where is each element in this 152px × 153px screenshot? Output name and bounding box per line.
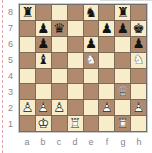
square-c5 <box>52 53 67 68</box>
piece-wQ-g3: ♛♕ <box>115 84 130 99</box>
square-a1 <box>20 116 35 131</box>
file-label-h: h <box>131 134 147 150</box>
rank-label-1: 1 <box>4 116 17 132</box>
square-e8: ♞ <box>84 5 99 20</box>
square-g8: ♜ <box>115 5 130 20</box>
piece-bN-e8: ♞ <box>84 5 99 20</box>
square-h7: ♚ <box>131 21 146 36</box>
square-h5: ♞♘ <box>131 53 146 68</box>
piece-wP-c2: ♟♙ <box>52 100 67 115</box>
piece-wR-d1: ♜♖ <box>68 116 83 131</box>
rank-label-8: 8 <box>4 4 17 20</box>
rank-label-2: 2 <box>4 100 17 116</box>
square-h2: ♟♙ <box>131 100 146 115</box>
square-a5 <box>20 53 35 68</box>
square-f3 <box>99 84 114 99</box>
square-h6: ♟ <box>131 37 146 52</box>
square-b7: ♟ <box>36 21 51 36</box>
piece-bP-b7: ♟ <box>36 21 51 36</box>
square-g6 <box>115 37 130 52</box>
square-c3 <box>52 84 67 99</box>
piece-bB-b5: ♝ <box>36 53 51 68</box>
square-g2 <box>115 100 130 115</box>
square-f2: ♟♙ <box>99 100 114 115</box>
square-d1: ♜♖ <box>68 116 83 131</box>
file-labels: abcdefgh <box>19 134 147 150</box>
file-label-d: d <box>67 134 83 150</box>
square-d6 <box>68 37 83 52</box>
piece-wN-e5: ♞♘ <box>84 53 99 68</box>
page-top-hairline <box>100 0 152 1</box>
square-h3 <box>131 84 146 99</box>
rank-label-5: 5 <box>4 52 17 68</box>
square-b1: ♚♔ <box>36 116 51 131</box>
piece-bP-f7: ♟ <box>99 21 114 36</box>
piece-wK-b1: ♚♔ <box>36 116 51 131</box>
square-d8 <box>68 5 83 20</box>
file-label-a: a <box>19 134 35 150</box>
file-label-f: f <box>99 134 115 150</box>
piece-bR-a8: ♜ <box>20 5 35 20</box>
square-g4 <box>115 69 130 84</box>
piece-bP-g7: ♟ <box>115 21 130 36</box>
square-a4 <box>20 69 35 84</box>
square-f5 <box>99 53 114 68</box>
page-dashed-border <box>2 0 3 153</box>
square-b3 <box>36 84 51 99</box>
square-e3 <box>84 84 99 99</box>
square-b8 <box>36 5 51 20</box>
square-d4 <box>68 69 83 84</box>
rank-labels: 87654321 <box>4 4 17 132</box>
piece-bR-g8: ♜ <box>115 5 130 20</box>
square-h1 <box>131 116 146 131</box>
file-label-c: c <box>51 134 67 150</box>
square-c2: ♟♙ <box>52 100 67 115</box>
piece-wN-h5: ♞♘ <box>131 53 146 68</box>
square-c4 <box>52 69 67 84</box>
square-d7 <box>68 21 83 36</box>
piece-bP-h6: ♟ <box>131 37 146 52</box>
square-f1 <box>99 116 114 131</box>
square-e7 <box>84 21 99 36</box>
square-f7: ♟ <box>99 21 114 36</box>
square-d5 <box>68 53 83 68</box>
square-a7 <box>20 21 35 36</box>
square-b2: ♟♙ <box>36 100 51 115</box>
square-h8 <box>131 5 146 20</box>
square-f6 <box>99 37 114 52</box>
square-e6: ♟ <box>84 37 99 52</box>
square-c6 <box>52 37 67 52</box>
piece-wP-h2: ♟♙ <box>131 100 146 115</box>
square-d2 <box>68 100 83 115</box>
rank-label-7: 7 <box>4 20 17 36</box>
rank-label-3: 3 <box>4 84 17 100</box>
piece-bP-e6: ♟ <box>84 37 99 52</box>
piece-wP-a2: ♟♙ <box>20 100 35 115</box>
square-c8 <box>52 5 67 20</box>
square-g1: ♜♖ <box>115 116 130 131</box>
square-e5: ♞♘ <box>84 53 99 68</box>
square-a8: ♜ <box>20 5 35 20</box>
square-f4 <box>99 69 114 84</box>
square-h4 <box>131 69 146 84</box>
square-a2: ♟♙ <box>20 100 35 115</box>
piece-wR-g1: ♜♖ <box>115 116 130 131</box>
square-a3 <box>20 84 35 99</box>
square-a6 <box>20 37 35 52</box>
piece-wP-f2: ♟♙ <box>99 100 114 115</box>
square-c7: ♛ <box>52 21 67 36</box>
file-label-e: e <box>83 134 99 150</box>
square-f8 <box>99 5 114 20</box>
square-b4 <box>36 69 51 84</box>
rank-label-6: 6 <box>4 36 17 52</box>
square-b6: ♟ <box>36 37 51 52</box>
square-d3 <box>68 84 83 99</box>
piece-bQ-c7: ♛ <box>52 21 67 36</box>
square-g7: ♟ <box>115 21 130 36</box>
square-e2 <box>84 100 99 115</box>
piece-bP-b6: ♟ <box>36 37 51 52</box>
piece-bK-h7: ♚ <box>131 21 146 36</box>
square-c1 <box>52 116 67 131</box>
rank-label-4: 4 <box>4 68 17 84</box>
file-label-g: g <box>115 134 131 150</box>
square-b5: ♝ <box>36 53 51 68</box>
chess-board[interactable]: ♜♞♜♟♛♟♟♚♟♟♟♝♞♘♞♘♛♕♟♙♟♙♟♙♟♙♟♙♚♔♜♖♜♖ <box>19 4 147 132</box>
piece-wP-b2: ♟♙ <box>36 100 51 115</box>
square-e1 <box>84 116 99 131</box>
square-g5 <box>115 53 130 68</box>
square-e4 <box>84 69 99 84</box>
file-label-b: b <box>35 134 51 150</box>
square-g3: ♛♕ <box>115 84 130 99</box>
